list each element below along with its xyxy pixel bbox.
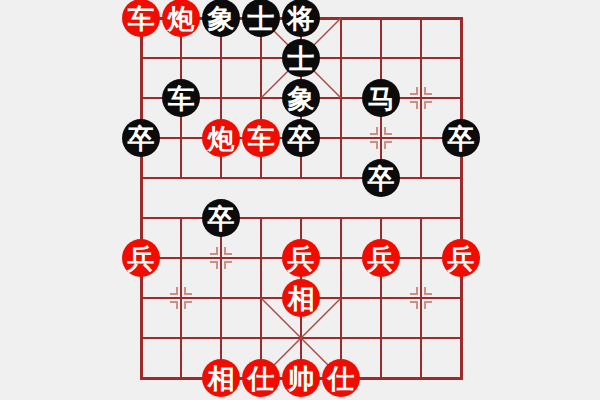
piece-black-general[interactable]: 将 [282, 0, 320, 37]
piece-red-elephant[interactable]: 相 [282, 279, 320, 317]
piece-black-elephant[interactable]: 象 [282, 79, 320, 117]
piece-black-soldier[interactable]: 卒 [442, 119, 480, 157]
piece-red-advisor[interactable]: 仕 [322, 359, 360, 397]
piece-black-soldier[interactable]: 卒 [362, 159, 400, 197]
piece-red-cannon[interactable]: 炮 [162, 0, 200, 37]
piece-red-soldier[interactable]: 兵 [122, 239, 160, 277]
piece-red-soldier[interactable]: 兵 [442, 239, 480, 277]
piece-black-chariot[interactable]: 车 [162, 79, 200, 117]
piece-red-chariot[interactable]: 车 [242, 119, 280, 157]
piece-red-soldier[interactable]: 兵 [282, 239, 320, 277]
pieces-layer: 车炮象士将士车象马卒炮车卒卒卒卒兵兵兵兵相相仕帅仕 [0, 0, 600, 400]
piece-black-horse[interactable]: 马 [362, 79, 400, 117]
piece-red-cannon[interactable]: 炮 [202, 119, 240, 157]
piece-red-advisor[interactable]: 仕 [242, 359, 280, 397]
xiangqi-board-screen: 车炮象士将士车象马卒炮车卒卒卒卒兵兵兵兵相相仕帅仕 [0, 0, 600, 400]
piece-red-chariot[interactable]: 车 [122, 0, 160, 37]
piece-black-soldier[interactable]: 卒 [202, 199, 240, 237]
piece-red-general[interactable]: 帅 [282, 359, 320, 397]
piece-black-advisor[interactable]: 士 [242, 0, 280, 37]
piece-black-soldier[interactable]: 卒 [282, 119, 320, 157]
piece-black-soldier[interactable]: 卒 [122, 119, 160, 157]
piece-black-advisor[interactable]: 士 [282, 39, 320, 77]
piece-red-soldier[interactable]: 兵 [362, 239, 400, 277]
piece-black-elephant[interactable]: 象 [202, 0, 240, 37]
piece-red-elephant[interactable]: 相 [202, 359, 240, 397]
